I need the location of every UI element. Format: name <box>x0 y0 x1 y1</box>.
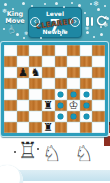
square-e8[interactable] <box>55 45 68 56</box>
square-e1[interactable] <box>55 122 68 133</box>
game-screen: King Move ☝ Level 7 CLEARED Newbie ‹ › ♟… <box>0 0 110 183</box>
square-h4[interactable] <box>92 89 105 100</box>
snowflake-icon: ❄ <box>24 30 28 36</box>
square-h3[interactable] <box>92 100 105 111</box>
next-level-button[interactable]: › <box>70 17 80 27</box>
snowflake <box>22 2 25 5</box>
square-c3[interactable] <box>29 100 42 111</box>
black-pawn-b6[interactable]: ♟ <box>18 67 28 78</box>
square-f3[interactable]: ♔ <box>67 100 80 111</box>
snowflake-icon: ❄ <box>2 7 7 14</box>
square-d3[interactable]: ♜ <box>42 100 55 111</box>
square-b2[interactable] <box>17 111 30 122</box>
square-e5[interactable] <box>55 78 68 89</box>
square-h2[interactable] <box>92 111 105 122</box>
snowflake <box>86 31 89 34</box>
move-hint-dot-g2[interactable] <box>84 114 89 119</box>
snowflake <box>4 3 7 6</box>
move-hint-dot-g3[interactable] <box>84 103 89 108</box>
square-e3[interactable] <box>55 100 68 111</box>
snowflake <box>60 34 62 36</box>
snowflake <box>23 37 25 39</box>
snow-speck <box>14 151 16 153</box>
snowflake-icon: ❄ <box>103 21 108 28</box>
square-f2[interactable] <box>67 111 80 122</box>
square-a5[interactable] <box>4 78 17 89</box>
square-c8[interactable] <box>29 45 42 56</box>
square-a7[interactable] <box>4 56 17 67</box>
square-h6[interactable] <box>92 67 105 78</box>
square-e6[interactable] <box>55 67 68 78</box>
square-e2[interactable] <box>55 111 68 122</box>
black-rook-d3[interactable]: ♜ <box>43 100 53 111</box>
pause-bar-icon <box>91 17 94 26</box>
square-d5[interactable] <box>42 78 55 89</box>
square-h1[interactable] <box>92 122 105 133</box>
snowflake <box>71 2 73 4</box>
square-g4[interactable] <box>80 89 93 100</box>
square-a2[interactable] <box>4 111 17 122</box>
square-b8[interactable] <box>17 45 30 56</box>
snowflake-icon: ❄ <box>85 25 89 31</box>
snowflake <box>8 20 10 22</box>
square-h8[interactable] <box>92 45 105 56</box>
snowflake <box>3 28 5 30</box>
snowflake <box>106 17 109 20</box>
move-hint-dot-f4[interactable] <box>71 92 76 97</box>
snowflake <box>90 3 92 5</box>
snowflake <box>93 36 95 38</box>
move-hint-dot-e3[interactable] <box>58 103 63 108</box>
square-g1[interactable] <box>80 122 93 133</box>
snowflake <box>12 8 14 10</box>
white-king-f3[interactable]: ♔ <box>69 100 79 111</box>
square-a4[interactable] <box>4 89 17 100</box>
square-c1[interactable] <box>29 122 42 133</box>
square-h5[interactable] <box>92 78 105 89</box>
tray-white-rook[interactable]: ♖ <box>18 140 38 162</box>
square-c6[interactable]: ♞ <box>29 67 42 78</box>
square-d1[interactable]: ♜ <box>42 122 55 133</box>
snowflake <box>104 5 106 7</box>
snowflake <box>100 26 102 28</box>
app-title-line2: Move <box>2 18 28 25</box>
square-g8[interactable] <box>80 45 93 56</box>
square-a6[interactable] <box>4 67 17 78</box>
square-g7[interactable] <box>80 56 93 67</box>
snowflake <box>55 2 58 5</box>
snowflake <box>31 5 33 7</box>
square-a3[interactable] <box>4 100 17 111</box>
square-f8[interactable] <box>67 45 80 56</box>
tray-white-knight[interactable]: ♘ <box>74 143 94 165</box>
snowflake <box>97 8 100 11</box>
square-g5[interactable] <box>80 78 93 89</box>
move-hint-dot-f2[interactable] <box>71 114 76 119</box>
square-e4[interactable] <box>55 89 68 100</box>
square-g3[interactable] <box>80 100 93 111</box>
snowflake <box>16 33 19 36</box>
snowflake <box>84 12 86 14</box>
square-a8[interactable] <box>4 45 17 56</box>
black-rook-d1[interactable]: ♜ <box>43 122 53 133</box>
square-b4[interactable] <box>17 89 30 100</box>
square-h7[interactable] <box>92 56 105 67</box>
snowflake <box>40 37 42 39</box>
snowflake <box>78 4 81 7</box>
square-b5[interactable] <box>17 78 30 89</box>
move-hint-dot-e4[interactable] <box>58 92 63 97</box>
square-d8[interactable] <box>42 45 55 56</box>
square-d7[interactable] <box>42 56 55 67</box>
square-b6[interactable]: ♟ <box>17 67 30 78</box>
prev-level-button[interactable]: ‹ <box>30 17 40 27</box>
move-hint-dot-e2[interactable] <box>58 114 63 119</box>
tray-white-knight[interactable]: ♘ <box>42 143 62 165</box>
square-c4[interactable] <box>29 89 42 100</box>
snowflake <box>100 33 103 36</box>
snowflake-icon: ❄ <box>62 28 65 33</box>
snowball <box>0 165 23 183</box>
square-g2[interactable] <box>80 111 93 122</box>
black-knight-c6[interactable]: ♞ <box>31 67 41 78</box>
chess-board: ♟♞♜♔♜ <box>1 42 108 136</box>
square-b1[interactable] <box>17 122 30 133</box>
snowflake <box>44 3 46 5</box>
square-a1[interactable] <box>4 122 17 133</box>
square-f7[interactable] <box>67 56 80 67</box>
square-f6[interactable] <box>67 67 80 78</box>
square-f1[interactable] <box>67 122 80 133</box>
square-c5[interactable] <box>29 78 42 89</box>
square-g6[interactable] <box>80 67 93 78</box>
square-b3[interactable] <box>17 100 30 111</box>
square-e7[interactable] <box>55 56 68 67</box>
snowflake <box>63 6 65 8</box>
hand-pointer-icon: ☝ <box>6 23 16 35</box>
move-hint-dot-g4[interactable] <box>84 92 89 97</box>
rank-label: Newbie <box>29 28 81 35</box>
square-c2[interactable] <box>29 111 42 122</box>
snowflake-icon: ❄ <box>93 0 99 8</box>
square-f5[interactable] <box>67 78 80 89</box>
square-d6[interactable] <box>42 67 55 78</box>
